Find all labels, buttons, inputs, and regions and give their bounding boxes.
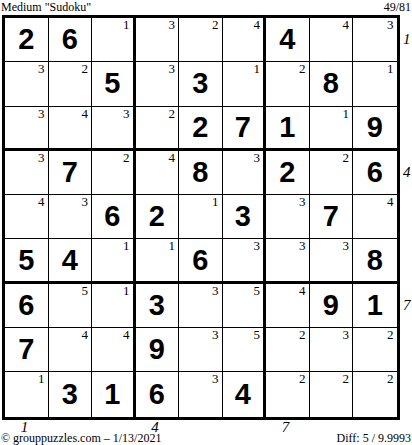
cell-r3c9[interactable]: 9 xyxy=(353,107,397,151)
pencil-mark: 1 xyxy=(123,18,130,32)
given-digit: 9 xyxy=(353,107,397,148)
cell-r8c5[interactable]: 3 xyxy=(179,328,223,372)
pencil-mark: 3 xyxy=(38,107,45,121)
cell-r9c8[interactable]: 2 xyxy=(310,372,354,416)
pencil-mark: 4 xyxy=(123,328,130,342)
cell-r4c4[interactable]: 4 xyxy=(136,151,180,195)
cell-r1c5[interactable]: 2 xyxy=(179,18,223,62)
cell-r4c8[interactable]: 2 xyxy=(310,151,354,195)
cell-r8c1[interactable]: 7 xyxy=(5,328,49,372)
cell-r7c1[interactable]: 6 xyxy=(5,284,49,328)
given-digit: 6 xyxy=(136,372,179,416)
cell-r3c5[interactable]: 2 xyxy=(179,107,223,151)
sudoku-page: Medium "Sudoku" 49/81 261324443325331281… xyxy=(0,0,412,445)
given-digit: 8 xyxy=(353,239,397,280)
given-digit: 1 xyxy=(92,372,133,416)
cell-r1c7[interactable]: 4 xyxy=(266,18,310,62)
given-digit: 6 xyxy=(179,239,222,280)
cell-r9c2[interactable]: 3 xyxy=(49,372,93,416)
pencil-mark: 3 xyxy=(212,328,219,342)
pencil-mark: 4 xyxy=(254,18,261,32)
cell-r6c8[interactable]: 3 xyxy=(310,239,354,283)
cell-r9c1[interactable]: 1 xyxy=(5,372,49,416)
cell-r8c2[interactable]: 4 xyxy=(49,328,93,372)
cell-r5c2[interactable]: 3 xyxy=(49,195,93,239)
cell-r7c8[interactable]: 9 xyxy=(310,284,354,328)
cell-r7c7[interactable]: 4 xyxy=(266,284,310,328)
pencil-mark: 3 xyxy=(212,372,219,386)
pencil-mark: 3 xyxy=(254,239,261,253)
row-label-7: 7 xyxy=(403,298,411,313)
pencil-mark: 3 xyxy=(82,195,89,209)
given-digit: 7 xyxy=(223,107,264,148)
cell-r7c2[interactable]: 5 xyxy=(49,284,93,328)
cell-r2c5[interactable]: 3 xyxy=(179,62,223,106)
cell-r6c1[interactable]: 5 xyxy=(5,239,49,283)
cell-r7c4[interactable]: 3 xyxy=(136,284,180,328)
pencil-mark: 3 xyxy=(343,239,350,253)
pencil-mark: 3 xyxy=(299,239,306,253)
given-digit: 6 xyxy=(49,18,92,61)
cell-r9c4[interactable]: 6 xyxy=(136,372,180,416)
pencil-mark: 3 xyxy=(212,284,219,298)
pencil-mark: 2 xyxy=(299,62,306,76)
cell-r7c5[interactable]: 3 xyxy=(179,284,223,328)
given-digit: 7 xyxy=(310,195,353,238)
given-digit: 9 xyxy=(310,284,353,327)
cell-r9c7[interactable]: 2 xyxy=(266,372,310,416)
cell-r4c5[interactable]: 8 xyxy=(179,151,223,195)
footer: © grouppuzzles.com – 1/13/2021 Diff: 5 /… xyxy=(0,432,412,445)
cell-r6c7[interactable]: 3 xyxy=(266,239,310,283)
cell-r5c7[interactable]: 3 xyxy=(266,195,310,239)
given-digit: 6 xyxy=(5,284,48,327)
given-digit: 4 xyxy=(266,18,309,61)
pencil-mark: 5 xyxy=(254,328,261,342)
pencil-mark: 3 xyxy=(387,18,394,32)
cell-r3c8[interactable]: 1 xyxy=(310,107,354,151)
pencil-mark: 2 xyxy=(82,62,89,76)
cell-r3c3[interactable]: 3 xyxy=(92,107,136,151)
pencil-mark: 2 xyxy=(343,372,350,386)
pencil-mark: 1 xyxy=(254,62,261,76)
given-digit: 7 xyxy=(5,328,48,371)
pencil-mark: 3 xyxy=(254,151,261,165)
pencil-mark: 1 xyxy=(123,239,130,253)
pencil-mark: 4 xyxy=(387,195,394,209)
pencil-mark: 2 xyxy=(299,328,306,342)
cell-r4c2[interactable]: 7 xyxy=(49,151,93,195)
cell-r1c8[interactable]: 4 xyxy=(310,18,354,62)
given-digit: 4 xyxy=(223,372,264,416)
pencil-mark: 3 xyxy=(299,195,306,209)
pencil-mark: 1 xyxy=(169,239,176,253)
cells-remaining-counter: 49/81 xyxy=(384,0,411,14)
given-digit: 3 xyxy=(136,284,179,327)
cell-r3c7[interactable]: 1 xyxy=(266,107,310,151)
cell-r1c1[interactable]: 2 xyxy=(5,18,49,62)
pencil-mark: 4 xyxy=(169,151,176,165)
cell-r2c7[interactable]: 2 xyxy=(266,62,310,106)
cell-r8c3[interactable]: 4 xyxy=(92,328,136,372)
given-digit: 2 xyxy=(179,107,222,148)
cell-r9c5[interactable]: 3 xyxy=(179,372,223,416)
pencil-mark: 5 xyxy=(254,284,261,298)
pencil-mark: 4 xyxy=(38,195,45,209)
cell-r8c8[interactable]: 3 xyxy=(310,328,354,372)
cell-r1c6[interactable]: 4 xyxy=(223,18,267,62)
pencil-mark: 1 xyxy=(212,195,219,209)
pencil-mark: 1 xyxy=(343,107,350,121)
cell-r2c3[interactable]: 5 xyxy=(92,62,136,106)
pencil-mark: 2 xyxy=(387,328,394,342)
cell-r4c3[interactable]: 2 xyxy=(92,151,136,195)
pencil-mark: 2 xyxy=(169,107,176,121)
given-digit: 5 xyxy=(5,239,48,280)
cell-r2c8[interactable]: 8 xyxy=(310,62,354,106)
row-label-1: 1 xyxy=(403,32,411,47)
cell-r3c2[interactable]: 4 xyxy=(49,107,93,151)
pencil-mark: 5 xyxy=(82,284,89,298)
given-digit: 8 xyxy=(310,62,353,105)
cell-r8c7[interactable]: 2 xyxy=(266,328,310,372)
difficulty-text: Diff: 5 / 9.9993 xyxy=(337,432,411,445)
copyright-text: © grouppuzzles.com – 1/13/2021 xyxy=(1,432,161,445)
given-digit: 3 xyxy=(49,372,92,416)
cell-r3c6[interactable]: 7 xyxy=(223,107,267,151)
cell-r8c6[interactable]: 5 xyxy=(223,328,267,372)
given-digit: 3 xyxy=(179,62,222,105)
pencil-mark: 4 xyxy=(82,107,89,121)
given-digit: 6 xyxy=(353,151,397,194)
cell-r6c2[interactable]: 4 xyxy=(49,239,93,283)
pencil-mark: 1 xyxy=(38,372,45,386)
given-digit: 2 xyxy=(266,151,309,194)
pencil-mark: 3 xyxy=(123,107,130,121)
pencil-mark: 3 xyxy=(169,18,176,32)
cell-r6c9[interactable]: 8 xyxy=(353,239,397,283)
cell-r9c9[interactable]: 2 xyxy=(353,372,397,416)
pencil-mark: 3 xyxy=(38,151,45,165)
cell-r9c3[interactable]: 1 xyxy=(92,372,136,416)
given-digit: 1 xyxy=(353,284,397,327)
row-label-4: 4 xyxy=(403,165,411,180)
cell-r9c6[interactable]: 4 xyxy=(223,372,267,416)
given-digit: 4 xyxy=(49,239,92,280)
cell-r7c9[interactable]: 1 xyxy=(353,284,397,328)
cell-r2c1[interactable]: 3 xyxy=(5,62,49,106)
given-digit: 8 xyxy=(179,151,222,194)
cell-r5c9[interactable]: 4 xyxy=(353,195,397,239)
pencil-mark: 4 xyxy=(343,18,350,32)
cell-r1c3[interactable]: 1 xyxy=(92,18,136,62)
given-digit: 6 xyxy=(92,195,133,238)
given-digit: 3 xyxy=(223,195,264,238)
pencil-mark: 2 xyxy=(343,151,350,165)
pencil-mark: 1 xyxy=(123,284,130,298)
cell-r8c9[interactable]: 2 xyxy=(353,328,397,372)
given-digit: 9 xyxy=(136,328,179,371)
given-digit: 5 xyxy=(92,62,133,105)
cell-r4c7[interactable]: 2 xyxy=(266,151,310,195)
given-digit: 2 xyxy=(5,18,48,61)
pencil-mark: 2 xyxy=(299,372,306,386)
cell-r2c4[interactable]: 3 xyxy=(136,62,180,106)
cell-r3c1[interactable]: 3 xyxy=(5,107,49,151)
given-digit: 7 xyxy=(49,151,92,194)
cell-r7c6[interactable]: 5 xyxy=(223,284,267,328)
cell-r5c4[interactable]: 2 xyxy=(136,195,180,239)
pencil-mark: 2 xyxy=(123,151,130,165)
cell-r3c4[interactable]: 2 xyxy=(136,107,180,151)
cell-r2c6[interactable]: 1 xyxy=(223,62,267,106)
cell-r2c2[interactable]: 2 xyxy=(49,62,93,106)
cell-r5c3[interactable]: 6 xyxy=(92,195,136,239)
pencil-mark: 3 xyxy=(38,62,45,76)
pencil-mark: 4 xyxy=(82,328,89,342)
pencil-mark: 1 xyxy=(387,62,394,76)
cell-r4c6[interactable]: 3 xyxy=(223,151,267,195)
cell-r1c4[interactable]: 3 xyxy=(136,18,180,62)
cell-r4c1[interactable]: 3 xyxy=(5,151,49,195)
cell-r6c6[interactable]: 3 xyxy=(223,239,267,283)
pencil-mark: 4 xyxy=(299,284,306,298)
cell-r6c4[interactable]: 1 xyxy=(136,239,180,283)
page-title: Medium "Sudoku" xyxy=(1,0,91,14)
given-digit: 1 xyxy=(266,107,309,148)
cell-r5c5[interactable]: 1 xyxy=(179,195,223,239)
cell-r1c9[interactable]: 3 xyxy=(353,18,397,62)
cell-r1c2[interactable]: 6 xyxy=(49,18,93,62)
pencil-mark: 2 xyxy=(387,372,394,386)
cell-r7c3[interactable]: 1 xyxy=(92,284,136,328)
cell-r5c8[interactable]: 7 xyxy=(310,195,354,239)
sudoku-board: 2613244433253312813432271193724832264362… xyxy=(2,15,400,420)
cell-r6c5[interactable]: 6 xyxy=(179,239,223,283)
cell-r6c3[interactable]: 1 xyxy=(92,239,136,283)
cell-r4c9[interactable]: 6 xyxy=(353,151,397,195)
cell-r8c4[interactable]: 9 xyxy=(136,328,180,372)
pencil-mark: 2 xyxy=(212,18,219,32)
header: Medium "Sudoku" 49/81 xyxy=(0,0,412,14)
cell-r5c1[interactable]: 4 xyxy=(5,195,49,239)
cell-r5c6[interactable]: 3 xyxy=(223,195,267,239)
cell-r2c9[interactable]: 1 xyxy=(353,62,397,106)
given-digit: 2 xyxy=(136,195,179,238)
pencil-mark: 3 xyxy=(343,328,350,342)
pencil-mark: 3 xyxy=(169,62,176,76)
